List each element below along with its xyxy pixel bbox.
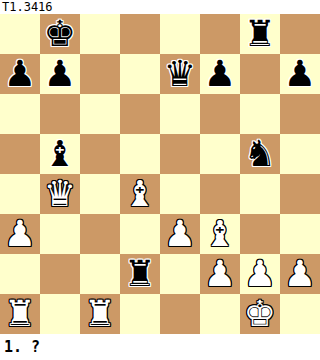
square-e8[interactable] (160, 14, 200, 54)
square-d4[interactable]: ♝ (120, 174, 160, 214)
square-f8[interactable] (200, 14, 240, 54)
square-f2[interactable]: ♟ (200, 254, 240, 294)
square-a6[interactable] (0, 94, 40, 134)
piece-black-pawn: ♟ (4, 54, 36, 94)
piece-white-pawn: ♟ (204, 254, 236, 294)
square-b5[interactable]: ♝ (40, 134, 80, 174)
square-c3[interactable] (80, 214, 120, 254)
square-h2[interactable]: ♟ (280, 254, 320, 294)
piece-black-queen: ♛ (164, 54, 196, 94)
square-h4[interactable] (280, 174, 320, 214)
square-g6[interactable] (240, 94, 280, 134)
square-g2[interactable]: ♟ (240, 254, 280, 294)
square-c5[interactable] (80, 134, 120, 174)
square-a8[interactable] (0, 14, 40, 54)
square-a1[interactable]: ♜ (0, 294, 40, 334)
square-a2[interactable] (0, 254, 40, 294)
chess-diagram: T1.3416 ♚♜♟♟♛♟♟♝♞♛♝♟♟♝♜♟♟♟♜♜♚ 1. ? (0, 0, 320, 360)
square-f3[interactable]: ♝ (200, 214, 240, 254)
square-h6[interactable] (280, 94, 320, 134)
square-e6[interactable] (160, 94, 200, 134)
square-d8[interactable] (120, 14, 160, 54)
square-b1[interactable] (40, 294, 80, 334)
square-e3[interactable]: ♟ (160, 214, 200, 254)
piece-white-rook: ♜ (4, 294, 36, 334)
piece-white-pawn: ♟ (284, 254, 316, 294)
chessboard: ♚♜♟♟♛♟♟♝♞♛♝♟♟♝♜♟♟♟♜♜♚ (0, 14, 320, 334)
square-h5[interactable] (280, 134, 320, 174)
piece-white-king: ♚ (244, 294, 276, 334)
square-h3[interactable] (280, 214, 320, 254)
piece-black-king: ♚ (44, 14, 76, 54)
square-f7[interactable]: ♟ (200, 54, 240, 94)
piece-black-rook: ♜ (124, 254, 156, 294)
tactic-id-label: T1.3416 (0, 0, 320, 14)
square-e5[interactable] (160, 134, 200, 174)
piece-white-bishop: ♝ (204, 214, 236, 254)
square-b6[interactable] (40, 94, 80, 134)
square-b2[interactable] (40, 254, 80, 294)
square-b7[interactable]: ♟ (40, 54, 80, 94)
move-prompt: 1. ? (0, 334, 320, 360)
piece-black-bishop: ♝ (44, 134, 76, 174)
square-g5[interactable]: ♞ (240, 134, 280, 174)
piece-white-pawn: ♟ (4, 214, 36, 254)
square-e2[interactable] (160, 254, 200, 294)
square-f5[interactable] (200, 134, 240, 174)
piece-black-pawn: ♟ (284, 54, 316, 94)
square-c7[interactable] (80, 54, 120, 94)
square-e7[interactable]: ♛ (160, 54, 200, 94)
square-d3[interactable] (120, 214, 160, 254)
square-b3[interactable] (40, 214, 80, 254)
piece-white-rook: ♜ (84, 294, 116, 334)
piece-black-knight: ♞ (244, 134, 276, 174)
square-f1[interactable] (200, 294, 240, 334)
piece-black-pawn: ♟ (204, 54, 236, 94)
piece-black-pawn: ♟ (44, 54, 76, 94)
square-h1[interactable] (280, 294, 320, 334)
square-a7[interactable]: ♟ (0, 54, 40, 94)
square-g8[interactable]: ♜ (240, 14, 280, 54)
square-g1[interactable]: ♚ (240, 294, 280, 334)
square-a4[interactable] (0, 174, 40, 214)
piece-white-queen: ♛ (44, 174, 76, 214)
square-h8[interactable] (280, 14, 320, 54)
piece-white-pawn: ♟ (244, 254, 276, 294)
square-f6[interactable] (200, 94, 240, 134)
square-c4[interactable] (80, 174, 120, 214)
square-a5[interactable] (0, 134, 40, 174)
square-b8[interactable]: ♚ (40, 14, 80, 54)
square-h7[interactable]: ♟ (280, 54, 320, 94)
square-g4[interactable] (240, 174, 280, 214)
square-d2[interactable]: ♜ (120, 254, 160, 294)
square-d1[interactable] (120, 294, 160, 334)
square-g3[interactable] (240, 214, 280, 254)
square-c1[interactable]: ♜ (80, 294, 120, 334)
square-d7[interactable] (120, 54, 160, 94)
square-c8[interactable] (80, 14, 120, 54)
square-c2[interactable] (80, 254, 120, 294)
square-b4[interactable]: ♛ (40, 174, 80, 214)
square-e4[interactable] (160, 174, 200, 214)
square-a3[interactable]: ♟ (0, 214, 40, 254)
piece-black-rook: ♜ (244, 14, 276, 54)
square-e1[interactable] (160, 294, 200, 334)
square-g7[interactable] (240, 54, 280, 94)
square-f4[interactable] (200, 174, 240, 214)
square-d5[interactable] (120, 134, 160, 174)
piece-white-bishop: ♝ (124, 174, 156, 214)
piece-white-pawn: ♟ (164, 214, 196, 254)
square-c6[interactable] (80, 94, 120, 134)
square-d6[interactable] (120, 94, 160, 134)
